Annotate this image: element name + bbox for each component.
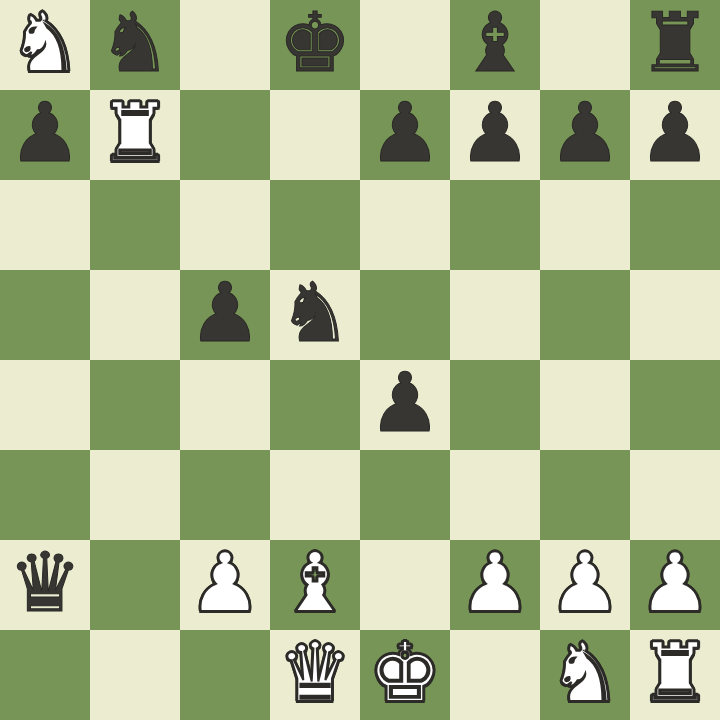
black-knight-d5[interactable]: ♞ [278, 268, 352, 358]
square-c5[interactable]: ♟ [180, 270, 270, 360]
black-pawn-f7[interactable]: ♟ [458, 88, 532, 178]
square-h1[interactable]: ♜ [630, 630, 720, 720]
white-pawn-g2[interactable]: ♟ [548, 538, 622, 628]
square-a7[interactable]: ♟ [0, 90, 90, 180]
square-e7[interactable]: ♟ [360, 90, 450, 180]
black-pawn-a7[interactable]: ♟ [8, 88, 82, 178]
square-h2[interactable]: ♟ [630, 540, 720, 630]
chess-board: ♞♞♚♝♜♟♜♟♟♟♟♟♞♟♛♟♝♟♟♟♛♚♞♜ [0, 0, 720, 720]
black-pawn-g7[interactable]: ♟ [548, 88, 622, 178]
square-f1[interactable] [450, 630, 540, 720]
square-g6[interactable] [540, 180, 630, 270]
square-h4[interactable] [630, 360, 720, 450]
square-g3[interactable] [540, 450, 630, 540]
square-c1[interactable] [180, 630, 270, 720]
white-king-e1[interactable]: ♚ [368, 628, 442, 718]
square-f7[interactable]: ♟ [450, 90, 540, 180]
square-f2[interactable]: ♟ [450, 540, 540, 630]
square-e1[interactable]: ♚ [360, 630, 450, 720]
square-e3[interactable] [360, 450, 450, 540]
square-a1[interactable] [0, 630, 90, 720]
white-queen-d1[interactable]: ♛ [278, 628, 352, 718]
white-pawn-h2[interactable]: ♟ [638, 538, 712, 628]
black-queen-a2[interactable]: ♛ [8, 538, 82, 628]
square-b8[interactable]: ♞ [90, 0, 180, 90]
square-f5[interactable] [450, 270, 540, 360]
square-h6[interactable] [630, 180, 720, 270]
square-a6[interactable] [0, 180, 90, 270]
square-g5[interactable] [540, 270, 630, 360]
square-a3[interactable] [0, 450, 90, 540]
square-c4[interactable] [180, 360, 270, 450]
white-knight-g1[interactable]: ♞ [548, 628, 622, 718]
black-pawn-e4[interactable]: ♟ [368, 358, 442, 448]
square-d2[interactable]: ♝ [270, 540, 360, 630]
square-a5[interactable] [0, 270, 90, 360]
white-knight-a8[interactable]: ♞ [8, 0, 82, 88]
square-f6[interactable] [450, 180, 540, 270]
square-g7[interactable]: ♟ [540, 90, 630, 180]
black-knight-b8[interactable]: ♞ [98, 0, 172, 88]
black-rook-h8[interactable]: ♜ [638, 0, 712, 88]
square-b7[interactable]: ♜ [90, 90, 180, 180]
square-f8[interactable]: ♝ [450, 0, 540, 90]
white-rook-h1[interactable]: ♜ [638, 628, 712, 718]
white-bishop-d2[interactable]: ♝ [278, 538, 352, 628]
square-b2[interactable] [90, 540, 180, 630]
square-f4[interactable] [450, 360, 540, 450]
square-h7[interactable]: ♟ [630, 90, 720, 180]
square-d4[interactable] [270, 360, 360, 450]
square-g8[interactable] [540, 0, 630, 90]
square-c7[interactable] [180, 90, 270, 180]
square-e6[interactable] [360, 180, 450, 270]
square-d1[interactable]: ♛ [270, 630, 360, 720]
square-b5[interactable] [90, 270, 180, 360]
square-a2[interactable]: ♛ [0, 540, 90, 630]
black-king-d8[interactable]: ♚ [278, 0, 352, 88]
black-pawn-c5[interactable]: ♟ [188, 268, 262, 358]
square-b3[interactable] [90, 450, 180, 540]
square-h5[interactable] [630, 270, 720, 360]
square-e2[interactable] [360, 540, 450, 630]
black-bishop-f8[interactable]: ♝ [458, 0, 532, 88]
square-c6[interactable] [180, 180, 270, 270]
square-a8[interactable]: ♞ [0, 0, 90, 90]
square-d3[interactable] [270, 450, 360, 540]
square-f3[interactable] [450, 450, 540, 540]
square-c8[interactable] [180, 0, 270, 90]
square-b6[interactable] [90, 180, 180, 270]
square-h8[interactable]: ♜ [630, 0, 720, 90]
square-b1[interactable] [90, 630, 180, 720]
square-g2[interactable]: ♟ [540, 540, 630, 630]
square-b4[interactable] [90, 360, 180, 450]
white-pawn-c2[interactable]: ♟ [188, 538, 262, 628]
black-pawn-h7[interactable]: ♟ [638, 88, 712, 178]
square-g4[interactable] [540, 360, 630, 450]
square-a4[interactable] [0, 360, 90, 450]
square-e4[interactable]: ♟ [360, 360, 450, 450]
white-rook-b7[interactable]: ♜ [98, 88, 172, 178]
square-d8[interactable]: ♚ [270, 0, 360, 90]
square-d5[interactable]: ♞ [270, 270, 360, 360]
square-d7[interactable] [270, 90, 360, 180]
square-g1[interactable]: ♞ [540, 630, 630, 720]
square-c3[interactable] [180, 450, 270, 540]
square-e5[interactable] [360, 270, 450, 360]
square-e8[interactable] [360, 0, 450, 90]
square-c2[interactable]: ♟ [180, 540, 270, 630]
square-h3[interactable] [630, 450, 720, 540]
white-pawn-f2[interactable]: ♟ [458, 538, 532, 628]
black-pawn-e7[interactable]: ♟ [368, 88, 442, 178]
square-d6[interactable] [270, 180, 360, 270]
